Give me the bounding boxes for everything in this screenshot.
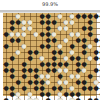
stone-black: ● — [99, 37, 100, 43]
board-cell[interactable] — [99, 97, 100, 100]
stone-black: ● — [99, 91, 100, 97]
go-board[interactable]: ●●●●●●●●●●●●●●●●●●●●●●●●●●●●●●●●●●●●●●●●… — [3, 13, 96, 96]
stone-black: ● — [99, 13, 100, 19]
stone-black: ● — [99, 43, 100, 49]
winrate-label: 99.9% — [0, 1, 100, 8]
stone-black: ● — [99, 49, 100, 55]
stone-black: ● — [99, 55, 100, 61]
stone-white: ● — [99, 73, 100, 79]
stone-black: ● — [99, 61, 100, 67]
stone-black: ● — [99, 67, 100, 73]
